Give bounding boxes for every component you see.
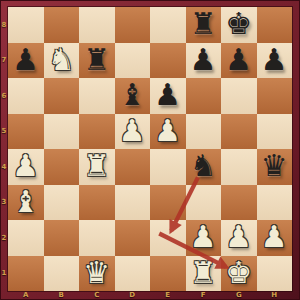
file-label-A: A [16,291,36,300]
square-f5[interactable] [186,114,222,150]
square-h8[interactable] [257,7,293,43]
chess-board: ♜♚♟♞♜♟♟♟♝♟♟♟♟♜♞♛♝♟♟♟♛♜♚ [8,7,292,291]
square-e1[interactable] [150,256,186,292]
piece-black-knight-f4[interactable]: ♞ [190,148,217,184]
square-c5[interactable] [79,114,115,150]
piece-white-pawn-a4[interactable]: ♟ [12,148,39,184]
piece-black-pawn-f7[interactable]: ♟ [190,42,217,78]
square-b6[interactable] [44,78,80,114]
square-h5[interactable] [257,114,293,150]
rank-label-5: 5 [0,127,8,135]
square-h6[interactable] [257,78,293,114]
square-c2[interactable] [79,220,115,256]
square-d6[interactable]: ♝ [115,78,151,114]
square-a6[interactable] [8,78,44,114]
square-a5[interactable] [8,114,44,150]
square-e6[interactable]: ♟ [150,78,186,114]
file-label-H: H [264,291,284,300]
square-f6[interactable] [186,78,222,114]
square-f7[interactable]: ♟ [186,43,222,79]
piece-black-pawn-a7[interactable]: ♟ [12,42,39,78]
square-g1[interactable]: ♚ [221,256,257,292]
square-b3[interactable] [44,185,80,221]
square-f1[interactable]: ♜ [186,256,222,292]
square-g5[interactable] [221,114,257,150]
piece-black-king-g8[interactable]: ♚ [225,6,252,42]
square-c8[interactable] [79,7,115,43]
square-a1[interactable] [8,256,44,292]
rank-label-4: 4 [0,163,8,171]
square-g2[interactable]: ♟ [221,220,257,256]
square-h1[interactable] [257,256,293,292]
file-label-E: E [158,291,178,300]
square-f3[interactable] [186,185,222,221]
square-e7[interactable] [150,43,186,79]
square-f2[interactable]: ♟ [186,220,222,256]
square-a3[interactable]: ♝ [8,185,44,221]
rank-label-6: 6 [0,92,8,100]
square-f8[interactable]: ♜ [186,7,222,43]
square-b2[interactable] [44,220,80,256]
file-label-B: B [51,291,71,300]
square-c7[interactable]: ♜ [79,43,115,79]
rank-label-3: 3 [0,198,8,206]
square-e4[interactable] [150,149,186,185]
piece-black-pawn-g7[interactable]: ♟ [225,42,252,78]
piece-white-bishop-a3[interactable]: ♝ [12,184,39,220]
square-e5[interactable]: ♟ [150,114,186,150]
square-d5[interactable]: ♟ [115,114,151,150]
piece-black-pawn-h7[interactable]: ♟ [261,42,288,78]
piece-black-rook-f8[interactable]: ♜ [190,6,217,42]
square-d1[interactable] [115,256,151,292]
rank-label-8: 8 [0,21,8,29]
piece-white-pawn-g2[interactable]: ♟ [225,219,252,255]
piece-white-rook-f1[interactable]: ♜ [190,255,217,291]
square-b7[interactable]: ♞ [44,43,80,79]
file-label-C: C [87,291,107,300]
square-d3[interactable] [115,185,151,221]
piece-white-pawn-d5[interactable]: ♟ [119,113,146,149]
piece-white-pawn-f2[interactable]: ♟ [190,219,217,255]
square-e3[interactable] [150,185,186,221]
square-b8[interactable] [44,7,80,43]
square-a4[interactable]: ♟ [8,149,44,185]
piece-white-king-g1[interactable]: ♚ [225,255,252,291]
piece-black-pawn-e6[interactable]: ♟ [154,77,181,113]
piece-black-rook-c7[interactable]: ♜ [83,42,110,78]
square-f4[interactable]: ♞ [186,149,222,185]
piece-white-pawn-e5[interactable]: ♟ [154,113,181,149]
square-b4[interactable] [44,149,80,185]
piece-white-queen-c1[interactable]: ♛ [83,255,110,291]
file-label-G: G [229,291,249,300]
square-b5[interactable] [44,114,80,150]
rank-label-2: 2 [0,234,8,242]
square-c6[interactable] [79,78,115,114]
piece-white-knight-b7[interactable]: ♞ [48,42,75,78]
piece-black-bishop-d6[interactable]: ♝ [119,77,146,113]
square-h2[interactable]: ♟ [257,220,293,256]
square-c4[interactable]: ♜ [79,149,115,185]
square-a8[interactable] [8,7,44,43]
square-g7[interactable]: ♟ [221,43,257,79]
square-g6[interactable] [221,78,257,114]
square-g8[interactable]: ♚ [221,7,257,43]
square-e8[interactable] [150,7,186,43]
file-label-D: D [122,291,142,300]
square-b1[interactable] [44,256,80,292]
piece-black-queen-h4[interactable]: ♛ [261,148,288,184]
square-g3[interactable] [221,185,257,221]
piece-white-pawn-h2[interactable]: ♟ [261,219,288,255]
square-e2[interactable] [150,220,186,256]
square-h3[interactable] [257,185,293,221]
square-c1[interactable]: ♛ [79,256,115,292]
rank-label-1: 1 [0,269,8,277]
square-d8[interactable] [115,7,151,43]
square-h4[interactable]: ♛ [257,149,293,185]
square-d7[interactable] [115,43,151,79]
piece-white-rook-c4[interactable]: ♜ [83,148,110,184]
square-d4[interactable] [115,149,151,185]
file-label-F: F [193,291,213,300]
rank-label-7: 7 [0,56,8,64]
square-g4[interactable] [221,149,257,185]
chess-board-frame: ♜♚♟♞♜♟♟♟♝♟♟♟♟♜♞♛♝♟♟♟♛♜♚ 87654321ABCDEFGH [0,0,300,300]
square-a2[interactable] [8,220,44,256]
square-d2[interactable] [115,220,151,256]
square-a7[interactable]: ♟ [8,43,44,79]
square-c3[interactable] [79,185,115,221]
square-h7[interactable]: ♟ [257,43,293,79]
